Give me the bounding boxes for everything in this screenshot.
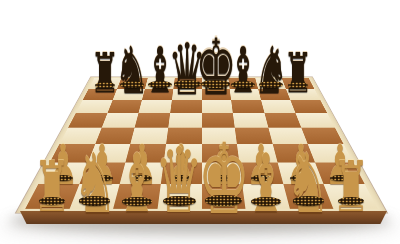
piece-base-h8 <box>288 82 308 88</box>
square-h3 <box>308 144 353 163</box>
square-b3 <box>88 144 131 163</box>
square-c6 <box>139 100 172 113</box>
square-c5 <box>135 113 170 127</box>
square-h4 <box>302 128 344 144</box>
piece-base-d1 <box>163 196 196 206</box>
square-f7 <box>230 89 261 101</box>
piece-base-f1 <box>251 197 281 206</box>
square-c3 <box>126 144 166 163</box>
square-d5 <box>168 113 201 127</box>
piece-base-b1 <box>79 196 110 205</box>
square-b4 <box>95 128 135 144</box>
maple-border <box>16 77 387 213</box>
square-d4 <box>166 128 201 144</box>
square-f3 <box>237 144 277 163</box>
piece-base-h2 <box>330 175 350 181</box>
piece-base-d2 <box>171 175 191 181</box>
square-e4 <box>202 128 237 144</box>
piece-base-a8 <box>95 82 115 88</box>
board-squares <box>25 78 377 209</box>
square-f6 <box>231 100 264 113</box>
square-e7 <box>202 89 232 101</box>
piece-base-e1 <box>205 195 241 206</box>
piece-base-f2 <box>251 175 271 181</box>
mahogany-frame <box>16 77 387 213</box>
piece-base-g2 <box>290 175 310 181</box>
piece-base-a2 <box>53 175 73 181</box>
square-b7 <box>112 89 145 101</box>
piece-base-d8 <box>174 80 200 88</box>
piece-base-e2 <box>212 175 232 181</box>
square-f4 <box>235 128 273 144</box>
square-b6 <box>107 100 142 113</box>
square-g7 <box>258 89 291 101</box>
chess-set-photo: ♜♞♝♛♚♝♞♜♟♟♟♟♟♟♟♟♜♞♝♛♚♝♞♜ <box>0 0 400 244</box>
piece-base-b8 <box>120 81 144 88</box>
piece-base-b2 <box>92 175 112 181</box>
square-d3 <box>164 144 202 163</box>
board-front-edge <box>20 211 387 224</box>
board-scene <box>16 74 387 213</box>
square-d6 <box>170 100 201 113</box>
square-e5 <box>202 113 235 127</box>
square-e3 <box>202 144 240 163</box>
piece-base-c8 <box>148 81 171 88</box>
square-h5 <box>296 113 335 127</box>
square-h7 <box>286 89 320 101</box>
piece-base-c2 <box>132 175 152 181</box>
chess-board <box>16 77 387 213</box>
square-d7 <box>172 89 202 101</box>
square-f5 <box>233 113 268 127</box>
square-c7 <box>142 89 173 101</box>
piece-base-c1 <box>122 197 152 206</box>
square-c4 <box>131 128 169 144</box>
piece-base-g8 <box>259 81 283 88</box>
square-b5 <box>101 113 138 127</box>
piece-base-f8 <box>231 81 254 88</box>
piece-base-e8 <box>201 80 230 89</box>
piece-base-g1 <box>293 196 324 205</box>
square-e6 <box>202 100 233 113</box>
square-h6 <box>291 100 328 113</box>
